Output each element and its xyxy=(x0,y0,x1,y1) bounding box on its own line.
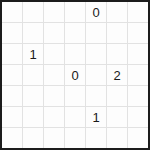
cell-r0c3[interactable] xyxy=(65,2,85,22)
cell-r2c0[interactable] xyxy=(2,44,22,64)
cell-r0c6[interactable] xyxy=(128,2,148,22)
cell-r2c2[interactable] xyxy=(44,44,64,64)
cell-r6c2[interactable] xyxy=(44,128,64,148)
cell-r6c1[interactable] xyxy=(23,128,43,148)
cell-r5c6[interactable] xyxy=(128,107,148,127)
cell-r2c4[interactable] xyxy=(86,44,106,64)
cell-r1c6[interactable] xyxy=(128,23,148,43)
cell-r2c6[interactable] xyxy=(128,44,148,64)
cell-r3c4[interactable] xyxy=(86,65,106,85)
cell-r6c6[interactable] xyxy=(128,128,148,148)
cell-r1c0[interactable] xyxy=(2,23,22,43)
cell-r0c2[interactable] xyxy=(44,2,64,22)
cell-r5c0[interactable] xyxy=(2,107,22,127)
cell-r3c1[interactable] xyxy=(23,65,43,85)
cell-r5c3[interactable] xyxy=(65,107,85,127)
cell-r6c4[interactable] xyxy=(86,128,106,148)
cell-r6c3[interactable] xyxy=(65,128,85,148)
clue-cell-r2c1: 1 xyxy=(23,44,43,64)
cell-r4c5[interactable] xyxy=(107,86,127,106)
cell-r4c0[interactable] xyxy=(2,86,22,106)
cell-r1c4[interactable] xyxy=(86,23,106,43)
cell-r0c0[interactable] xyxy=(2,2,22,22)
cell-r0c5[interactable] xyxy=(107,2,127,22)
cell-r5c1[interactable] xyxy=(23,107,43,127)
cell-r1c1[interactable] xyxy=(23,23,43,43)
cell-r2c3[interactable] xyxy=(65,44,85,64)
cell-r2c5[interactable] xyxy=(107,44,127,64)
cell-r6c0[interactable] xyxy=(2,128,22,148)
cell-r6c5[interactable] xyxy=(107,128,127,148)
puzzle-board: 01021 xyxy=(0,0,150,150)
cell-r1c3[interactable] xyxy=(65,23,85,43)
cell-r5c2[interactable] xyxy=(44,107,64,127)
clue-cell-r0c4: 0 xyxy=(86,2,106,22)
cell-r1c5[interactable] xyxy=(107,23,127,43)
cell-r4c4[interactable] xyxy=(86,86,106,106)
cell-r5c5[interactable] xyxy=(107,107,127,127)
clue-cell-r3c3: 0 xyxy=(65,65,85,85)
cell-r3c2[interactable] xyxy=(44,65,64,85)
cell-r4c6[interactable] xyxy=(128,86,148,106)
cell-r4c1[interactable] xyxy=(23,86,43,106)
cell-r4c3[interactable] xyxy=(65,86,85,106)
clue-cell-r5c4: 1 xyxy=(86,107,106,127)
cell-r1c2[interactable] xyxy=(44,23,64,43)
cell-r4c2[interactable] xyxy=(44,86,64,106)
clue-cell-r3c5: 2 xyxy=(107,65,127,85)
cell-r3c6[interactable] xyxy=(128,65,148,85)
cell-r3c0[interactable] xyxy=(2,65,22,85)
cell-r0c1[interactable] xyxy=(23,2,43,22)
